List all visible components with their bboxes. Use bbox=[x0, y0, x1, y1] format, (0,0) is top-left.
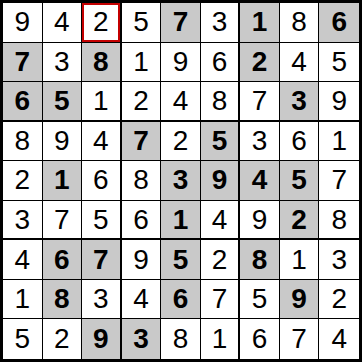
cell-r5c2[interactable]: 1 bbox=[43, 161, 83, 201]
cell-r2c2[interactable]: 3 bbox=[43, 43, 83, 83]
cell-r2c1[interactable]: 7 bbox=[3, 43, 43, 83]
cell-r7c2[interactable]: 6 bbox=[43, 240, 83, 280]
cell-r6c1[interactable]: 3 bbox=[3, 201, 43, 241]
cell-r9c5[interactable]: 8 bbox=[161, 319, 201, 359]
cell-r5c1[interactable]: 2 bbox=[3, 161, 43, 201]
cell-r1c5[interactable]: 7 bbox=[161, 3, 201, 43]
cell-r4c3[interactable]: 4 bbox=[82, 122, 122, 162]
cell-r4c9[interactable]: 1 bbox=[319, 122, 359, 162]
cell-r5c7[interactable]: 4 bbox=[240, 161, 280, 201]
cell-r4c8[interactable]: 6 bbox=[280, 122, 320, 162]
cell-r1c6[interactable]: 3 bbox=[201, 3, 241, 43]
cell-r5c6[interactable]: 9 bbox=[201, 161, 241, 201]
cell-r9c6[interactable]: 1 bbox=[201, 319, 241, 359]
cell-r2c3[interactable]: 8 bbox=[82, 43, 122, 83]
cell-r6c4[interactable]: 6 bbox=[122, 201, 162, 241]
cell-r1c4[interactable]: 5 bbox=[122, 3, 162, 43]
cell-r9c2[interactable]: 2 bbox=[43, 319, 83, 359]
cell-r4c5[interactable]: 2 bbox=[161, 122, 201, 162]
sudoku-board: 9425731867381962456512487398947253612168… bbox=[0, 0, 362, 362]
cell-r7c5[interactable]: 5 bbox=[161, 240, 201, 280]
cell-r2c9[interactable]: 5 bbox=[319, 43, 359, 83]
cell-r3c1[interactable]: 6 bbox=[3, 82, 43, 122]
cell-r7c1[interactable]: 4 bbox=[3, 240, 43, 280]
cell-r3c7[interactable]: 7 bbox=[240, 82, 280, 122]
cell-r6c3[interactable]: 5 bbox=[82, 201, 122, 241]
cell-r5c4[interactable]: 8 bbox=[122, 161, 162, 201]
cell-r9c7[interactable]: 6 bbox=[240, 319, 280, 359]
cell-r5c9[interactable]: 7 bbox=[319, 161, 359, 201]
cell-r8c4[interactable]: 4 bbox=[122, 280, 162, 320]
cell-r8c1[interactable]: 1 bbox=[3, 280, 43, 320]
cell-r2c4[interactable]: 1 bbox=[122, 43, 162, 83]
cell-r5c8[interactable]: 5 bbox=[280, 161, 320, 201]
cell-r4c4[interactable]: 7 bbox=[122, 122, 162, 162]
cell-r7c7[interactable]: 8 bbox=[240, 240, 280, 280]
cell-r7c3[interactable]: 7 bbox=[82, 240, 122, 280]
cell-r6c8[interactable]: 2 bbox=[280, 201, 320, 241]
cell-r1c1[interactable]: 9 bbox=[3, 3, 43, 43]
cell-r4c6[interactable]: 5 bbox=[201, 122, 241, 162]
cell-r9c8[interactable]: 7 bbox=[280, 319, 320, 359]
cell-r2c5[interactable]: 9 bbox=[161, 43, 201, 83]
cell-r1c7[interactable]: 1 bbox=[240, 3, 280, 43]
cell-r4c7[interactable]: 3 bbox=[240, 122, 280, 162]
cell-r3c3[interactable]: 1 bbox=[82, 82, 122, 122]
cell-r3c8[interactable]: 3 bbox=[280, 82, 320, 122]
cell-r7c4[interactable]: 9 bbox=[122, 240, 162, 280]
cell-r8c8[interactable]: 9 bbox=[280, 280, 320, 320]
cell-r9c1[interactable]: 5 bbox=[3, 319, 43, 359]
cell-r1c9[interactable]: 6 bbox=[319, 3, 359, 43]
cell-r5c3[interactable]: 6 bbox=[82, 161, 122, 201]
cell-r3c5[interactable]: 4 bbox=[161, 82, 201, 122]
cell-r8c2[interactable]: 8 bbox=[43, 280, 83, 320]
cell-r7c8[interactable]: 1 bbox=[280, 240, 320, 280]
cell-r4c1[interactable]: 8 bbox=[3, 122, 43, 162]
cell-r6c7[interactable]: 9 bbox=[240, 201, 280, 241]
cell-r4c2[interactable]: 9 bbox=[43, 122, 83, 162]
cell-r3c6[interactable]: 8 bbox=[201, 82, 241, 122]
cell-r5c5[interactable]: 3 bbox=[161, 161, 201, 201]
cell-r6c9[interactable]: 8 bbox=[319, 201, 359, 241]
cell-r8c3[interactable]: 3 bbox=[82, 280, 122, 320]
cell-r6c2[interactable]: 7 bbox=[43, 201, 83, 241]
cell-r1c3[interactable]: 2 bbox=[82, 3, 122, 43]
cell-r2c6[interactable]: 6 bbox=[201, 43, 241, 83]
cell-r3c4[interactable]: 2 bbox=[122, 82, 162, 122]
cell-r2c7[interactable]: 2 bbox=[240, 43, 280, 83]
cell-r3c9[interactable]: 9 bbox=[319, 82, 359, 122]
cell-r9c9[interactable]: 4 bbox=[319, 319, 359, 359]
cell-r9c4[interactable]: 3 bbox=[122, 319, 162, 359]
cell-r8c7[interactable]: 5 bbox=[240, 280, 280, 320]
cell-r2c8[interactable]: 4 bbox=[280, 43, 320, 83]
cell-r8c9[interactable]: 2 bbox=[319, 280, 359, 320]
cell-r1c8[interactable]: 8 bbox=[280, 3, 320, 43]
cell-r8c6[interactable]: 7 bbox=[201, 280, 241, 320]
cell-r7c9[interactable]: 3 bbox=[319, 240, 359, 280]
cell-r9c3[interactable]: 9 bbox=[82, 319, 122, 359]
cell-r3c2[interactable]: 5 bbox=[43, 82, 83, 122]
cell-r1c2[interactable]: 4 bbox=[43, 3, 83, 43]
cell-r7c6[interactable]: 2 bbox=[201, 240, 241, 280]
cell-r6c6[interactable]: 4 bbox=[201, 201, 241, 241]
cell-r6c5[interactable]: 1 bbox=[161, 201, 201, 241]
cell-r8c5[interactable]: 6 bbox=[161, 280, 201, 320]
